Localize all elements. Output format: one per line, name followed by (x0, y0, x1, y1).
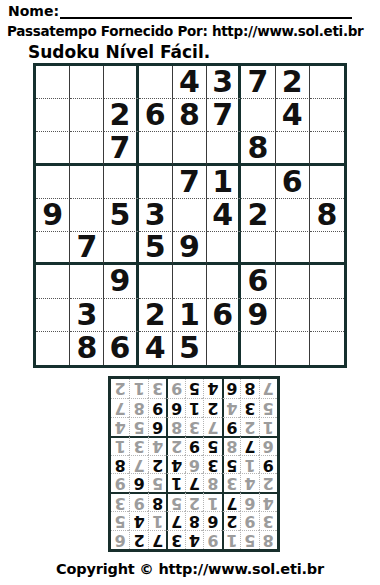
puzzle-cell-r8c3-empty[interactable] (104, 299, 138, 332)
solution-cell-r6c6-solved: 2 (166, 436, 184, 455)
solution-cell-r6c3-solved: 8 (222, 436, 240, 455)
solution-cell-r5c5-solved: 6 (185, 455, 203, 474)
solution-cell-r9c2-given: 8 (240, 379, 258, 398)
solution-cell-r2c6-given: 7 (166, 511, 184, 530)
solution-cell-r8c5-given: 1 (185, 398, 203, 417)
solution-cell-r6c4-given: 5 (203, 436, 221, 455)
solution-cell-r9c4-given: 4 (203, 379, 221, 398)
solution-cell-r8c9-solved: 7 (111, 398, 129, 417)
puzzle-cell-r3c7-given: 8 (241, 132, 275, 165)
solution-cell-r4c3-solved: 3 (222, 473, 240, 492)
solution-cell-r3c1-solved: 4 (259, 492, 277, 511)
puzzle-cell-r6c7-empty[interactable] (241, 232, 275, 265)
name-row: Nome: (8, 3, 352, 19)
puzzle-cell-r5c5-empty[interactable] (173, 199, 207, 232)
puzzle-cell-r3c9-empty[interactable] (310, 132, 344, 165)
solution-cell-r3c6-solved: 5 (166, 492, 184, 511)
solution-cell-r3c7-given: 8 (148, 492, 166, 511)
puzzle-cell-r3c8-empty[interactable] (276, 132, 310, 165)
puzzle-cell-r4c5-given: 7 (173, 166, 207, 199)
solution-cell-r1c4-solved: 9 (203, 530, 221, 549)
puzzle-cell-r7c8-empty[interactable] (276, 265, 310, 298)
solution-cell-r6c2-given: 7 (240, 436, 258, 455)
puzzle-cell-r2c1-empty[interactable] (36, 99, 70, 132)
solution-cell-r2c8-given: 4 (129, 511, 147, 530)
solution-cell-r6c1-solved: 6 (259, 436, 277, 455)
puzzle-cell-r6c9-empty[interactable] (310, 232, 344, 265)
solution-cell-r8c2-given: 3 (240, 398, 258, 417)
puzzle-cell-r2c3-given: 2 (104, 99, 138, 132)
puzzle-cell-r9c7-empty[interactable] (241, 332, 275, 365)
puzzle-cell-r6c1-empty[interactable] (36, 232, 70, 265)
puzzle-cell-r6c4-given: 5 (139, 232, 173, 265)
solution-cell-r3c2-solved: 6 (240, 492, 258, 511)
puzzle-cell-r4c7-empty[interactable] (241, 166, 275, 199)
solution-cell-r4c5-given: 7 (185, 473, 203, 492)
puzzle-cell-r7c7-given: 6 (241, 265, 275, 298)
solution-cell-r2c9-solved: 5 (111, 511, 129, 530)
puzzle-cell-r1c4-empty[interactable] (139, 66, 173, 99)
solution-cell-r1c5-given: 4 (185, 530, 203, 549)
solution-cell-r7c8-solved: 5 (129, 417, 147, 436)
solution-cell-r1c7-given: 7 (148, 530, 166, 549)
solution-cell-r3c5-solved: 2 (185, 492, 203, 511)
solution-cell-r3c8-solved: 9 (129, 492, 147, 511)
puzzle-cell-r8c1-empty[interactable] (36, 299, 70, 332)
puzzle-cell-r5c2-empty[interactable] (70, 199, 104, 232)
solution-cell-r1c3-solved: 1 (222, 530, 240, 549)
solution-cell-r5c9-given: 8 (111, 455, 129, 474)
puzzle-cell-r6c6-empty[interactable] (207, 232, 241, 265)
puzzle-cell-r9c9-empty[interactable] (310, 332, 344, 365)
puzzle-cell-r7c4-empty[interactable] (139, 265, 173, 298)
solution-cell-r9c9-solved: 2 (111, 379, 129, 398)
solution-cell-r6c5-given: 9 (185, 436, 203, 455)
solution-cell-r1c2-solved: 5 (240, 530, 258, 549)
puzzle-cell-r4c6-given: 1 (207, 166, 241, 199)
solution-cell-r5c7-given: 2 (148, 455, 166, 474)
solution-cell-r9c6-solved: 9 (166, 379, 184, 398)
provider-line: Passatempo Fornecido Por: http://www.sol… (7, 23, 363, 39)
puzzle-cell-r5c4-given: 3 (139, 199, 173, 232)
solution-cell-r7c2-solved: 2 (240, 417, 258, 436)
puzzle-cell-r4c8-given: 6 (276, 166, 310, 199)
puzzle-cell-r2c5-given: 8 (173, 99, 207, 132)
solution-grid-rotated: 8519437263926871454671258932438715699153… (108, 376, 280, 552)
solution-cell-r6c8-solved: 3 (129, 436, 147, 455)
puzzle-cell-r5c8-empty[interactable] (276, 199, 310, 232)
puzzle-cell-r8c6-given: 6 (207, 299, 241, 332)
puzzle-cell-r1c1-empty[interactable] (36, 66, 70, 99)
puzzle-cell-r3c1-empty[interactable] (36, 132, 70, 165)
puzzle-cell-r7c9-empty[interactable] (310, 265, 344, 298)
puzzle-cell-r8c5-given: 1 (173, 299, 207, 332)
puzzle-cell-r7c3-given: 9 (104, 265, 138, 298)
puzzle-cell-r6c2-given: 7 (70, 232, 104, 265)
puzzle-cell-r1c7-given: 7 (241, 66, 275, 99)
puzzle-cell-r2c8-given: 4 (276, 99, 310, 132)
solution-cell-r4c9-solved: 9 (111, 473, 129, 492)
puzzle-cell-r9c3-given: 6 (104, 332, 138, 365)
solution-cell-r3c4-solved: 1 (203, 492, 221, 511)
solution-cell-r7c1-solved: 1 (259, 417, 277, 436)
solution-cell-r4c1-solved: 2 (259, 473, 277, 492)
puzzle-cell-r5c6-given: 4 (207, 199, 241, 232)
puzzle-cell-r8c7-given: 9 (241, 299, 275, 332)
copyright-line: Copyright © http://www.sol.eti.br (0, 561, 380, 577)
solution-cell-r8c4-given: 2 (203, 398, 221, 417)
puzzle-cell-r3c6-empty[interactable] (207, 132, 241, 165)
page-title: Sudoku Nível Fácil. (28, 42, 210, 62)
solution-cell-r9c8-solved: 1 (129, 379, 147, 398)
solution-cell-r5c8-solved: 7 (129, 455, 147, 474)
puzzle-cell-r1c5-given: 4 (173, 66, 207, 99)
puzzle-cell-r4c1-empty[interactable] (36, 166, 70, 199)
puzzle-cell-r9c2-given: 8 (70, 332, 104, 365)
solution-cell-r9c3-given: 6 (222, 379, 240, 398)
solution-cell-r2c1-solved: 3 (259, 511, 277, 530)
solution-cell-r4c6-given: 1 (166, 473, 184, 492)
puzzle-cell-r7c2-empty[interactable] (70, 265, 104, 298)
puzzle-cell-r5c7-given: 2 (241, 199, 275, 232)
puzzle-cell-r3c3-given: 7 (104, 132, 138, 165)
solution-cell-r6c7-solved: 4 (148, 436, 166, 455)
puzzle-cell-r5c3-given: 5 (104, 199, 138, 232)
solution-cell-r7c6-solved: 8 (166, 417, 184, 436)
solution-cell-r2c3-given: 2 (222, 511, 240, 530)
puzzle-cell-r5c1-given: 9 (36, 199, 70, 232)
solution-cell-r1c1-solved: 8 (259, 530, 277, 549)
puzzle-cell-r9c1-empty[interactable] (36, 332, 70, 365)
puzzle-cell-r7c6-empty[interactable] (207, 265, 241, 298)
puzzle-cell-r1c9-empty[interactable] (310, 66, 344, 99)
puzzle-cell-r8c4-given: 2 (139, 299, 173, 332)
name-label: Nome: (8, 3, 59, 19)
puzzle-cell-r2c9-empty[interactable] (310, 99, 344, 132)
solution-cell-r6c9-solved: 1 (111, 436, 129, 455)
puzzle-cell-r8c8-empty[interactable] (276, 299, 310, 332)
puzzle-cell-r1c3-empty[interactable] (104, 66, 138, 99)
sudoku-grid: 4372268747871695342875996321698645 (33, 63, 347, 368)
puzzle-cell-r7c1-empty[interactable] (36, 265, 70, 298)
puzzle-cell-r2c2-empty[interactable] (70, 99, 104, 132)
puzzle-cell-r9c5-given: 5 (173, 332, 207, 365)
solution-cell-r7c4-solved: 7 (203, 417, 221, 436)
puzzle-cell-r7c5-empty[interactable] (173, 265, 207, 298)
solution-cell-r5c2-solved: 1 (240, 455, 258, 474)
puzzle-cell-r2c4-given: 6 (139, 99, 173, 132)
solution-cell-r9c7-solved: 3 (148, 379, 166, 398)
puzzle-cell-r9c4-given: 4 (139, 332, 173, 365)
solution-cell-r7c9-solved: 4 (111, 417, 129, 436)
worksheet-page: Nome: Passatempo Fornecido Por: http://w… (0, 0, 380, 585)
solution-cell-r1c6-given: 3 (166, 530, 184, 549)
puzzle-cell-r2c7-empty[interactable] (241, 99, 275, 132)
solution-cell-r9c1-solved: 7 (259, 379, 277, 398)
puzzle-cell-r6c8-empty[interactable] (276, 232, 310, 265)
solution-cell-r4c2-solved: 4 (240, 473, 258, 492)
name-blank-line[interactable] (60, 4, 352, 19)
puzzle-cell-r3c5-empty[interactable] (173, 132, 207, 165)
solution-cell-r8c7-given: 9 (148, 398, 166, 417)
puzzle-cell-r6c5-given: 9 (173, 232, 207, 265)
solution-cell-r4c4-solved: 8 (203, 473, 221, 492)
puzzle-cell-r2c6-given: 7 (207, 99, 241, 132)
solution-cell-r5c4-given: 3 (203, 455, 221, 474)
solution-cell-r3c3-given: 7 (222, 492, 240, 511)
solution-cell-r5c6-given: 4 (166, 455, 184, 474)
solution-cell-r7c7-given: 6 (148, 417, 166, 436)
puzzle-cell-r6c3-empty[interactable] (104, 232, 138, 265)
solution-cell-r5c3-given: 5 (222, 455, 240, 474)
solution-cell-r4c8-given: 6 (129, 473, 147, 492)
solution-cell-r5c1-given: 9 (259, 455, 277, 474)
puzzle-cell-r1c8-given: 2 (276, 66, 310, 99)
puzzle-cell-r9c8-empty[interactable] (276, 332, 310, 365)
puzzle-cell-r3c4-empty[interactable] (139, 132, 173, 165)
solution-cell-r4c7-solved: 5 (148, 473, 166, 492)
solution-cell-r7c3-given: 9 (222, 417, 240, 436)
puzzle-cell-r1c6-given: 3 (207, 66, 241, 99)
solution-cell-r9c5-given: 5 (185, 379, 203, 398)
solution-cell-r1c9-solved: 6 (111, 530, 129, 549)
solution-cell-r2c2-solved: 9 (240, 511, 258, 530)
puzzle-cell-r5c9-given: 8 (310, 199, 344, 232)
puzzle-cell-r4c2-empty[interactable] (70, 166, 104, 199)
solution-cell-r8c8-solved: 8 (129, 398, 147, 417)
puzzle-cell-r4c9-empty[interactable] (310, 166, 344, 199)
puzzle-cell-r8c9-empty[interactable] (310, 299, 344, 332)
puzzle-cell-r1c2-empty[interactable] (70, 66, 104, 99)
puzzle-cell-r4c3-empty[interactable] (104, 166, 138, 199)
solution-cell-r3c9-solved: 3 (111, 492, 129, 511)
puzzle-cell-r9c6-empty[interactable] (207, 332, 241, 365)
solution-cell-r7c5-solved: 3 (185, 417, 203, 436)
puzzle-cell-r8c2-given: 3 (70, 299, 104, 332)
solution-cell-r2c5-given: 8 (185, 511, 203, 530)
puzzle-cell-r3c2-empty[interactable] (70, 132, 104, 165)
puzzle-cell-r4c4-empty[interactable] (139, 166, 173, 199)
solution-cell-r2c4-given: 6 (203, 511, 221, 530)
solution-cell-r8c1-solved: 5 (259, 398, 277, 417)
solution-cell-r8c6-given: 6 (166, 398, 184, 417)
solution-cell-r1c8-given: 2 (129, 530, 147, 549)
solution-cell-r8c3-solved: 4 (222, 398, 240, 417)
solution-cell-r2c7-solved: 1 (148, 511, 166, 530)
